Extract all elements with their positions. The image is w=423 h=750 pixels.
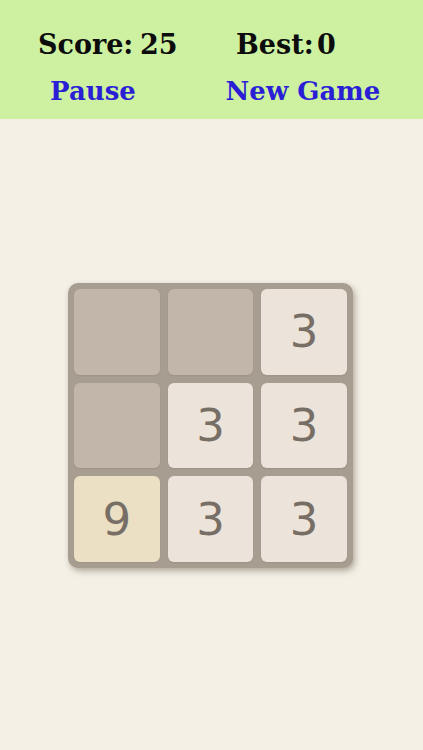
- tile-3: 3: [168, 383, 254, 469]
- pause-button[interactable]: Pause: [50, 76, 136, 106]
- best-label: Best:: [236, 30, 314, 60]
- empty-cell: [74, 289, 160, 375]
- tile-3: 3: [261, 383, 347, 469]
- app-screen: Score: 25 Best: 0 Pause New Game 333933: [0, 0, 423, 750]
- score-header: Score: 25 Best: 0 Pause New Game: [0, 0, 423, 119]
- board[interactable]: 333933: [68, 283, 353, 568]
- tile-3: 3: [168, 476, 254, 562]
- best-value: 0: [317, 30, 336, 60]
- tile-3: 3: [261, 289, 347, 375]
- empty-cell: [74, 383, 160, 469]
- score-label: Score:: [38, 30, 133, 60]
- tile-3: 3: [261, 476, 347, 562]
- score-value: 25: [140, 30, 178, 60]
- tile-9: 9: [74, 476, 160, 562]
- new-game-button[interactable]: New Game: [226, 76, 381, 106]
- empty-cell: [168, 289, 254, 375]
